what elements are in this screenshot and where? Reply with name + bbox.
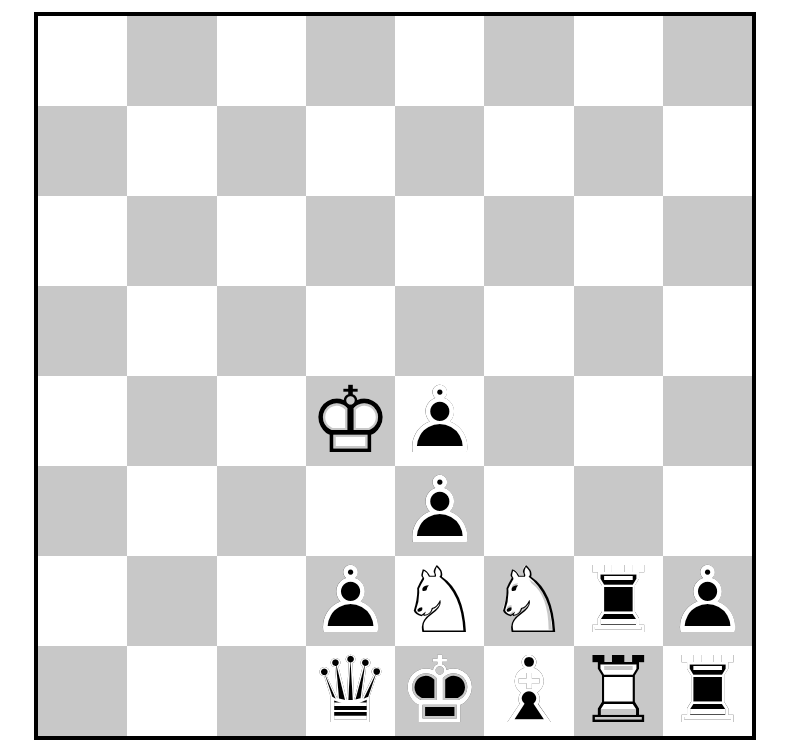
black-king: ♚♔ (395, 646, 484, 736)
square-g4[interactable] (574, 376, 663, 466)
square-c8[interactable] (217, 16, 306, 106)
square-b1[interactable] (127, 646, 216, 736)
square-b4[interactable] (127, 376, 216, 466)
square-a4[interactable] (38, 376, 127, 466)
square-h7[interactable] (663, 106, 752, 196)
square-d5[interactable] (306, 286, 395, 376)
square-e5[interactable] (395, 286, 484, 376)
square-c3[interactable] (217, 466, 306, 556)
white-knight: ♞♘ (484, 556, 573, 646)
black-rook: ♜♖ (663, 646, 752, 736)
square-e6[interactable] (395, 196, 484, 286)
black-pawn: ♟♙ (395, 466, 484, 556)
square-g5[interactable] (574, 286, 663, 376)
square-a5[interactable] (38, 286, 127, 376)
square-a8[interactable] (38, 16, 127, 106)
square-h1[interactable]: ♜♖ (663, 646, 752, 736)
square-h6[interactable] (663, 196, 752, 286)
square-d2[interactable]: ♟♙ (306, 556, 395, 646)
square-d4[interactable]: ♚♔ (306, 376, 395, 466)
chess-board-frame: ♚♔♟♙♟♙♟♙♞♘♞♘♜♖♟♙♛♕♚♔♝♗♜♖♜♖ (34, 12, 756, 740)
black-rook: ♜♖ (574, 556, 663, 646)
square-c5[interactable] (217, 286, 306, 376)
square-e4[interactable]: ♟♙ (395, 376, 484, 466)
square-g2[interactable]: ♜♖ (574, 556, 663, 646)
square-f1[interactable]: ♝♗ (484, 646, 573, 736)
square-h2[interactable]: ♟♙ (663, 556, 752, 646)
square-a6[interactable] (38, 196, 127, 286)
square-d3[interactable] (306, 466, 395, 556)
black-pawn: ♟♙ (395, 376, 484, 466)
square-g6[interactable] (574, 196, 663, 286)
square-f4[interactable] (484, 376, 573, 466)
square-b6[interactable] (127, 196, 216, 286)
square-g8[interactable] (574, 16, 663, 106)
square-h8[interactable] (663, 16, 752, 106)
black-queen: ♛♕ (306, 646, 395, 736)
square-e1[interactable]: ♚♔ (395, 646, 484, 736)
square-f7[interactable] (484, 106, 573, 196)
square-g3[interactable] (574, 466, 663, 556)
square-a2[interactable] (38, 556, 127, 646)
square-a7[interactable] (38, 106, 127, 196)
black-bishop: ♝♗ (484, 646, 573, 736)
white-rook: ♜♖ (574, 646, 663, 736)
square-c6[interactable] (217, 196, 306, 286)
square-c2[interactable] (217, 556, 306, 646)
square-b2[interactable] (127, 556, 216, 646)
square-h4[interactable] (663, 376, 752, 466)
square-g7[interactable] (574, 106, 663, 196)
square-f8[interactable] (484, 16, 573, 106)
square-b5[interactable] (127, 286, 216, 376)
square-e7[interactable] (395, 106, 484, 196)
square-d7[interactable] (306, 106, 395, 196)
square-d6[interactable] (306, 196, 395, 286)
white-king: ♚♔ (306, 376, 395, 466)
square-h3[interactable] (663, 466, 752, 556)
square-e3[interactable]: ♟♙ (395, 466, 484, 556)
square-h5[interactable] (663, 286, 752, 376)
square-b3[interactable] (127, 466, 216, 556)
square-c1[interactable] (217, 646, 306, 736)
square-d8[interactable] (306, 16, 395, 106)
white-knight: ♞♘ (395, 556, 484, 646)
square-c4[interactable] (217, 376, 306, 466)
square-f3[interactable] (484, 466, 573, 556)
chess-board: ♚♔♟♙♟♙♟♙♞♘♞♘♜♖♟♙♛♕♚♔♝♗♜♖♜♖ (38, 16, 752, 736)
square-a1[interactable] (38, 646, 127, 736)
square-f2[interactable]: ♞♘ (484, 556, 573, 646)
square-d1[interactable]: ♛♕ (306, 646, 395, 736)
square-a3[interactable] (38, 466, 127, 556)
black-pawn: ♟♙ (663, 556, 752, 646)
square-e8[interactable] (395, 16, 484, 106)
square-b8[interactable] (127, 16, 216, 106)
square-b7[interactable] (127, 106, 216, 196)
square-f6[interactable] (484, 196, 573, 286)
square-f5[interactable] (484, 286, 573, 376)
square-g1[interactable]: ♜♖ (574, 646, 663, 736)
black-pawn: ♟♙ (306, 556, 395, 646)
square-c7[interactable] (217, 106, 306, 196)
square-e2[interactable]: ♞♘ (395, 556, 484, 646)
